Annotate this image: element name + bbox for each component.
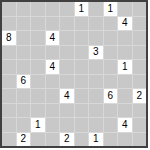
grid-cell-r7c1[interactable] [17,104,31,118]
clue-cell-r6c4: 4 [60,89,74,103]
grid-cell-r7c0[interactable] [2,104,16,118]
grid-cell-r2c1[interactable] [17,31,31,45]
grid-cell-r2c9[interactable] [133,31,147,45]
grid-cell-r3c7[interactable] [104,46,118,60]
grid-cell-r4c4[interactable] [60,60,74,74]
grid-cell-r4c5[interactable] [75,60,89,74]
clue-cell-r3c6: 3 [89,46,103,60]
grid-cell-r7c7[interactable] [104,104,118,118]
grid-cell-r5c7[interactable] [104,75,118,89]
grid-cell-r3c1[interactable] [17,46,31,60]
grid-cell-r3c8[interactable] [118,46,132,60]
grid-cell-r0c8[interactable] [118,2,132,16]
grid-cell-r6c1[interactable] [17,89,31,103]
grid-cell-r0c9[interactable] [133,2,147,16]
grid-cell-r2c2[interactable] [31,31,45,45]
grid-cell-r1c2[interactable] [31,17,45,31]
grid-cell-r0c6[interactable] [89,2,103,16]
grid-cell-r6c5[interactable] [75,89,89,103]
puzzle-board: 11484341646214221 [0,0,148,148]
grid-cell-r6c0[interactable] [2,89,16,103]
grid-cell-r9c9[interactable] [133,133,147,147]
grid-cell-r3c4[interactable] [60,46,74,60]
grid-cell-r2c4[interactable] [60,31,74,45]
grid-cell-r4c0[interactable] [2,60,16,74]
grid-cell-r4c9[interactable] [133,60,147,74]
clue-cell-r0c7: 1 [104,2,118,16]
clue-cell-r6c9: 2 [133,89,147,103]
grid-cell-r6c8[interactable] [118,89,132,103]
clue-cell-r9c6: 1 [89,133,103,147]
grid-cell-r8c5[interactable] [75,118,89,132]
grid-cell-r3c0[interactable] [2,46,16,60]
grid-cell-r3c9[interactable] [133,46,147,60]
grid-cell-r2c5[interactable] [75,31,89,45]
grid-cell-r8c7[interactable] [104,118,118,132]
grid-cell-r1c0[interactable] [2,17,16,31]
clue-cell-r2c0: 8 [2,31,16,45]
clue-cell-r8c8: 4 [118,118,132,132]
grid-cell-r4c1[interactable] [17,60,31,74]
grid-cell-r3c2[interactable] [31,46,45,60]
grid-cell-r7c8[interactable] [118,104,132,118]
grid-cell-r2c7[interactable] [104,31,118,45]
grid-cell-r9c2[interactable] [31,133,45,147]
grid-cell-r1c7[interactable] [104,17,118,31]
grid-cell-r6c6[interactable] [89,89,103,103]
clue-cell-r9c1: 2 [17,133,31,147]
grid-cell-r1c3[interactable] [46,17,60,31]
grid-cell-r1c6[interactable] [89,17,103,31]
clue-cell-r5c1: 6 [17,75,31,89]
grid-cell-r3c5[interactable] [75,46,89,60]
grid-cell-r7c5[interactable] [75,104,89,118]
clue-cell-r8c2: 1 [31,118,45,132]
grid-cell-r1c1[interactable] [17,17,31,31]
grid-cell-r9c0[interactable] [2,133,16,147]
grid-cell-r5c4[interactable] [60,75,74,89]
grid-cell-r7c6[interactable] [89,104,103,118]
clue-cell-r6c7: 6 [104,89,118,103]
grid-cell-r5c3[interactable] [46,75,60,89]
grid-cell-r0c1[interactable] [17,2,31,16]
grid-cell-r0c4[interactable] [60,2,74,16]
clue-cell-r1c8: 4 [118,17,132,31]
grid-cell-r5c0[interactable] [2,75,16,89]
grid-cell-r3c3[interactable] [46,46,60,60]
grid-cell-r8c1[interactable] [17,118,31,132]
grid-cell-r5c8[interactable] [118,75,132,89]
grid-cell-r9c7[interactable] [104,133,118,147]
grid-cell-r6c3[interactable] [46,89,60,103]
clue-cell-r2c3: 4 [46,31,60,45]
grid-cell-r4c6[interactable] [89,60,103,74]
grid-cell-r9c8[interactable] [118,133,132,147]
grid-cell-r2c8[interactable] [118,31,132,45]
clue-cell-r4c8: 1 [118,60,132,74]
grid-cell-r5c2[interactable] [31,75,45,89]
grid-cell-r8c3[interactable] [46,118,60,132]
grid-cell-r8c4[interactable] [60,118,74,132]
grid-cell-r5c5[interactable] [75,75,89,89]
grid-cell-r0c2[interactable] [31,2,45,16]
grid-cell-r4c7[interactable] [104,60,118,74]
grid-cell-r9c5[interactable] [75,133,89,147]
grid-cell-r8c9[interactable] [133,118,147,132]
grid-cell-r7c4[interactable] [60,104,74,118]
grid-cell-r1c5[interactable] [75,17,89,31]
clue-cell-r9c4: 2 [60,133,74,147]
grid-cell-r5c9[interactable] [133,75,147,89]
grid-cell-r6c2[interactable] [31,89,45,103]
grid-cell-r4c2[interactable] [31,60,45,74]
grid-cell-r8c0[interactable] [2,118,16,132]
grid-cell-r5c6[interactable] [89,75,103,89]
grid-cell-r7c2[interactable] [31,104,45,118]
clue-cell-r0c5: 1 [75,2,89,16]
grid-cell-r1c9[interactable] [133,17,147,31]
grid-cell-r0c3[interactable] [46,2,60,16]
grid-cell-r2c6[interactable] [89,31,103,45]
grid-cell-r8c6[interactable] [89,118,103,132]
clue-cell-r4c3: 4 [46,60,60,74]
grid-cell-r0c0[interactable] [2,2,16,16]
grid-cell-r7c3[interactable] [46,104,60,118]
grid-cell-r9c3[interactable] [46,133,60,147]
grid-cell-r7c9[interactable] [133,104,147,118]
grid-cell-r1c4[interactable] [60,17,74,31]
